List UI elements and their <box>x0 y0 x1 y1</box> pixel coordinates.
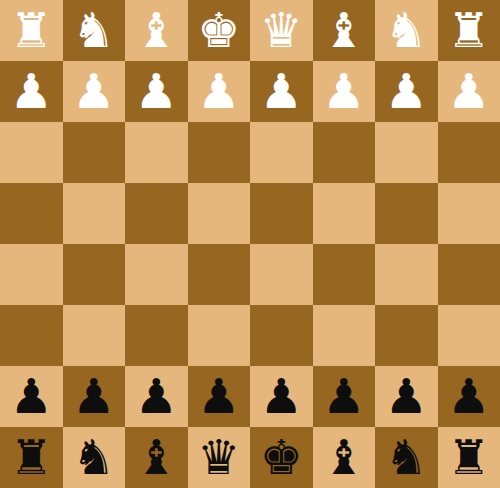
square-r1c3-light[interactable]: ♟ <box>188 61 251 122</box>
black-king[interactable]: ♚ <box>260 433 303 481</box>
black-rook[interactable]: ♜ <box>447 433 490 481</box>
square-r6c0-light[interactable]: ♟ <box>0 366 63 427</box>
square-r1c6-dark[interactable]: ♟ <box>375 61 438 122</box>
square-r4c0-light[interactable] <box>0 244 63 305</box>
square-r5c6-dark[interactable] <box>375 305 438 366</box>
black-bishop[interactable]: ♝ <box>322 433 365 481</box>
square-r3c3-light[interactable] <box>188 183 251 244</box>
white-bishop[interactable]: ♝ <box>322 6 365 54</box>
square-r3c1-light[interactable] <box>63 183 126 244</box>
square-r4c6-light[interactable] <box>375 244 438 305</box>
square-r1c0-dark[interactable]: ♟ <box>0 61 63 122</box>
black-rook[interactable]: ♜ <box>10 433 53 481</box>
square-r7c7-light[interactable]: ♜ <box>438 427 500 488</box>
square-r5c3-light[interactable] <box>188 305 251 366</box>
square-r0c4-light[interactable]: ♛ <box>250 0 313 61</box>
square-r1c5-light[interactable]: ♟ <box>313 61 376 122</box>
square-r6c7-dark[interactable]: ♟ <box>438 366 500 427</box>
square-r3c4-dark[interactable] <box>250 183 313 244</box>
black-knight[interactable]: ♞ <box>385 433 428 481</box>
square-r7c2-dark[interactable]: ♝ <box>125 427 188 488</box>
black-bishop[interactable]: ♝ <box>135 433 178 481</box>
square-r5c5-light[interactable] <box>313 305 376 366</box>
square-r5c2-dark[interactable] <box>125 305 188 366</box>
square-r0c5-dark[interactable]: ♝ <box>313 0 376 61</box>
square-r3c5-light[interactable] <box>313 183 376 244</box>
square-r4c7-dark[interactable] <box>438 244 500 305</box>
square-r6c3-dark[interactable]: ♟ <box>188 366 251 427</box>
square-r3c7-light[interactable] <box>438 183 500 244</box>
white-rook[interactable]: ♜ <box>10 6 53 54</box>
square-r0c0-light[interactable]: ♜ <box>0 0 63 61</box>
chess-board: ♜♞♝♚♛♝♞♜♟♟♟♟♟♟♟♟♟♟♟♟♟♟♟♟♜♞♝♛♚♝♞♜ <box>0 0 500 488</box>
black-pawn[interactable]: ♟ <box>385 372 428 420</box>
square-r0c2-light[interactable]: ♝ <box>125 0 188 61</box>
square-r4c2-light[interactable] <box>125 244 188 305</box>
square-r6c2-light[interactable]: ♟ <box>125 366 188 427</box>
square-r6c5-dark[interactable]: ♟ <box>313 366 376 427</box>
square-r5c1-light[interactable] <box>63 305 126 366</box>
white-pawn[interactable]: ♟ <box>197 67 240 115</box>
white-pawn[interactable]: ♟ <box>135 67 178 115</box>
white-pawn[interactable]: ♟ <box>385 67 428 115</box>
white-rook[interactable]: ♜ <box>447 6 490 54</box>
white-king[interactable]: ♚ <box>197 6 240 54</box>
square-r2c6-light[interactable] <box>375 122 438 183</box>
square-r7c1-light[interactable]: ♞ <box>63 427 126 488</box>
white-pawn[interactable]: ♟ <box>260 67 303 115</box>
square-r1c4-dark[interactable]: ♟ <box>250 61 313 122</box>
square-r6c4-light[interactable]: ♟ <box>250 366 313 427</box>
square-r7c3-light[interactable]: ♛ <box>188 427 251 488</box>
square-r4c5-dark[interactable] <box>313 244 376 305</box>
square-r3c0-dark[interactable] <box>0 183 63 244</box>
square-r4c3-dark[interactable] <box>188 244 251 305</box>
black-pawn[interactable]: ♟ <box>135 372 178 420</box>
square-r1c2-dark[interactable]: ♟ <box>125 61 188 122</box>
black-pawn[interactable]: ♟ <box>260 372 303 420</box>
square-r2c2-light[interactable] <box>125 122 188 183</box>
white-pawn[interactable]: ♟ <box>10 67 53 115</box>
square-r2c0-light[interactable] <box>0 122 63 183</box>
square-r1c7-light[interactable]: ♟ <box>438 61 500 122</box>
square-r0c3-dark[interactable]: ♚ <box>188 0 251 61</box>
black-pawn[interactable]: ♟ <box>10 372 53 420</box>
square-r6c1-dark[interactable]: ♟ <box>63 366 126 427</box>
square-r4c4-light[interactable] <box>250 244 313 305</box>
white-knight[interactable]: ♞ <box>72 6 115 54</box>
black-pawn[interactable]: ♟ <box>447 372 490 420</box>
square-r4c1-dark[interactable] <box>63 244 126 305</box>
square-r3c6-dark[interactable] <box>375 183 438 244</box>
white-bishop[interactable]: ♝ <box>135 6 178 54</box>
white-knight[interactable]: ♞ <box>385 6 428 54</box>
black-pawn[interactable]: ♟ <box>197 372 240 420</box>
square-r5c0-dark[interactable] <box>0 305 63 366</box>
black-pawn[interactable]: ♟ <box>72 372 115 420</box>
square-r6c6-light[interactable]: ♟ <box>375 366 438 427</box>
black-pawn[interactable]: ♟ <box>322 372 365 420</box>
square-r5c4-dark[interactable] <box>250 305 313 366</box>
square-r5c7-light[interactable] <box>438 305 500 366</box>
square-r7c4-dark[interactable]: ♚ <box>250 427 313 488</box>
square-r2c3-dark[interactable] <box>188 122 251 183</box>
white-pawn[interactable]: ♟ <box>72 67 115 115</box>
square-r7c5-light[interactable]: ♝ <box>313 427 376 488</box>
square-r2c1-dark[interactable] <box>63 122 126 183</box>
square-r1c1-light[interactable]: ♟ <box>63 61 126 122</box>
white-queen[interactable]: ♛ <box>260 6 303 54</box>
square-r0c7-dark[interactable]: ♜ <box>438 0 500 61</box>
white-pawn[interactable]: ♟ <box>322 67 365 115</box>
black-knight[interactable]: ♞ <box>72 433 115 481</box>
square-r7c6-dark[interactable]: ♞ <box>375 427 438 488</box>
white-pawn[interactable]: ♟ <box>447 67 490 115</box>
square-r0c6-light[interactable]: ♞ <box>375 0 438 61</box>
square-r0c1-dark[interactable]: ♞ <box>63 0 126 61</box>
black-queen[interactable]: ♛ <box>197 433 240 481</box>
square-r3c2-dark[interactable] <box>125 183 188 244</box>
square-r7c0-dark[interactable]: ♜ <box>0 427 63 488</box>
square-r2c5-dark[interactable] <box>313 122 376 183</box>
square-r2c4-light[interactable] <box>250 122 313 183</box>
square-r2c7-dark[interactable] <box>438 122 500 183</box>
